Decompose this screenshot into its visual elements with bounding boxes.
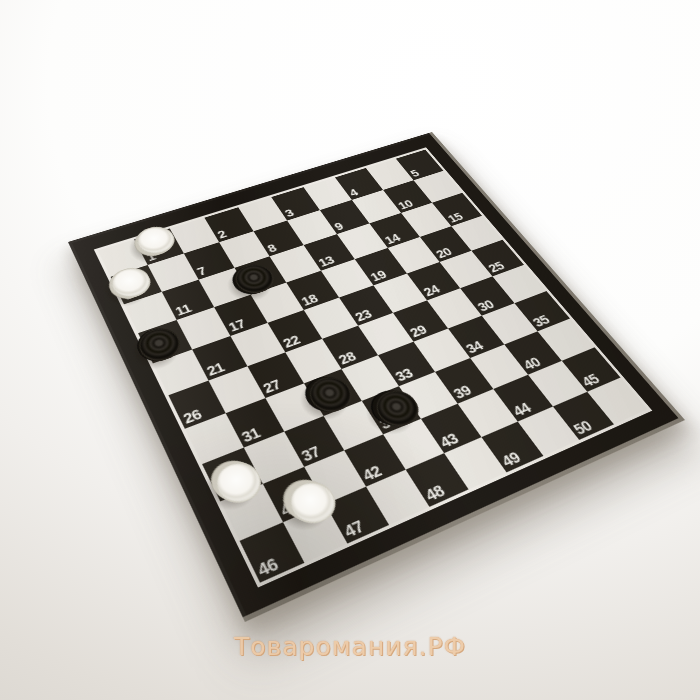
- white-piece-square-1[interactable]: [128, 225, 177, 261]
- black-piece-square-38[interactable]: [362, 384, 421, 432]
- white-piece-square-36[interactable]: [202, 453, 263, 507]
- board-sheet: 1234567891011121314151617181920212223242…: [68, 132, 685, 622]
- black-piece-square-16[interactable]: [130, 323, 184, 367]
- pieces-layer: [98, 150, 648, 583]
- black-piece-square-12[interactable]: [225, 261, 277, 300]
- photo-background: 1234567891011121314151617181920212223242…: [0, 0, 700, 700]
- white-piece-square-41[interactable]: [274, 472, 337, 528]
- white-piece-square-6[interactable]: [103, 265, 154, 304]
- watermark-text: Товаромания.РФ: [234, 632, 466, 661]
- black-piece-square-32[interactable]: [296, 371, 354, 418]
